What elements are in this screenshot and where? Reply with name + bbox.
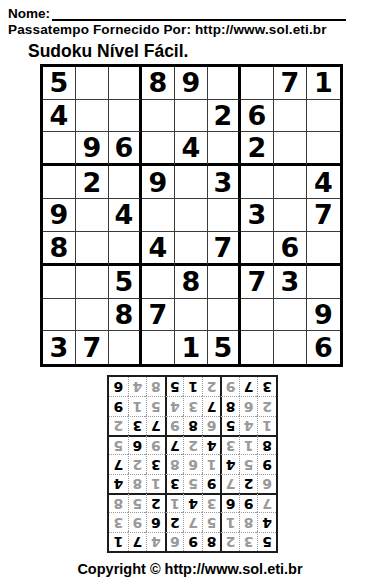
sudoku-cell-r7c3: 5: [109, 266, 142, 299]
answer-cell-r8c1: 2: [257, 396, 276, 415]
sudoku-cell-r1c4: 8: [142, 67, 175, 100]
sudoku-cell-r7c8: 3: [274, 266, 307, 299]
answer-cell-r7c6: 9: [165, 416, 184, 435]
answer-cell-r4c6: 3: [165, 474, 184, 493]
answer-cell-r8c9: 9: [109, 396, 128, 415]
sudoku-cell-r9c8[interactable]: [274, 331, 307, 364]
sudoku-cell-r3c3: 6: [109, 132, 142, 166]
answer-cell-r9c9: 6: [109, 377, 128, 396]
answer-cell-r2c2: 8: [239, 512, 258, 531]
answer-cell-r5c8: 2: [128, 454, 147, 473]
answer-cell-r5c3: 4: [220, 454, 239, 473]
sudoku-cell-r1c1: 5: [43, 67, 76, 100]
answer-cell-r7c4: 6: [202, 416, 221, 435]
sudoku-cell-r7c9[interactable]: [307, 266, 340, 299]
sudoku-cell-r2c1: 4: [43, 100, 76, 133]
sudoku-cell-r5c4[interactable]: [142, 199, 175, 232]
answer-cell-r1c7: 4: [146, 532, 165, 551]
answer-cell-r9c8: 4: [128, 377, 147, 396]
sudoku-cell-r4c6: 3: [208, 166, 241, 199]
sudoku-cell-r5c1: 9: [43, 199, 76, 232]
answer-cell-r4c1: 6: [257, 474, 276, 493]
sudoku-cell-r8c3: 8: [109, 299, 142, 332]
sudoku-cell-r8c5[interactable]: [175, 299, 208, 332]
sudoku-cell-r8c2[interactable]: [76, 299, 109, 332]
answer-cell-r1c3: 2: [220, 532, 239, 551]
sudoku-cell-r3c2: 9: [76, 132, 109, 166]
sudoku-cell-r3c8[interactable]: [274, 132, 307, 166]
answer-cell-r6c4: 4: [202, 435, 221, 454]
sudoku-cell-r7c2[interactable]: [76, 266, 109, 299]
answer-cell-r6c8: 6: [128, 435, 147, 454]
sudoku-cell-r9c4[interactable]: [142, 331, 175, 364]
answer-cell-r2c5: 7: [183, 512, 202, 531]
answer-cell-r1c2: 3: [239, 532, 258, 551]
answer-cell-r6c1: 8: [257, 435, 276, 454]
sudoku-cell-r6c9[interactable]: [307, 232, 340, 266]
answer-cell-r8c7: 5: [146, 396, 165, 415]
sudoku-cell-r9c7[interactable]: [241, 331, 274, 364]
answer-cell-r8c5: 3: [183, 396, 202, 415]
answer-cell-r3c6: 1: [165, 493, 184, 512]
sudoku-cell-r1c8: 7: [274, 67, 307, 100]
answer-cell-r5c5: 6: [183, 454, 202, 473]
sudoku-cell-r1c7[interactable]: [241, 67, 274, 100]
sudoku-cell-r6c2[interactable]: [76, 232, 109, 266]
answer-cell-r9c7: 8: [146, 377, 165, 396]
answer-cell-r6c3: 3: [220, 435, 239, 454]
sudoku-cell-r8c4: 7: [142, 299, 175, 332]
answer-cell-r2c1: 4: [257, 512, 276, 531]
answer-cell-r1c9: 1: [109, 532, 128, 551]
answer-cell-r5c9: 7: [109, 454, 128, 473]
sudoku-cell-r9c2: 7: [76, 331, 109, 364]
sudoku-cell-r5c9: 7: [307, 199, 340, 232]
sudoku-cell-r1c3[interactable]: [109, 67, 142, 100]
answer-cell-r4c8: 8: [128, 474, 147, 493]
copyright-text: Copyright © http://www.sol.eti.br: [0, 561, 380, 577]
sudoku-cell-r5c8[interactable]: [274, 199, 307, 232]
sudoku-cell-r8c6[interactable]: [208, 299, 241, 332]
sudoku-cell-r2c5[interactable]: [175, 100, 208, 133]
answer-cell-r8c8: 1: [128, 396, 147, 415]
answer-cell-r2c7: 6: [146, 512, 165, 531]
answer-cell-r7c1: 1: [257, 416, 276, 435]
sudoku-cell-r1c9: 1: [307, 67, 340, 100]
answer-cell-r7c7: 7: [146, 416, 165, 435]
answer-cell-r4c7: 1: [146, 474, 165, 493]
answer-cell-r5c4: 1: [202, 454, 221, 473]
sudoku-cell-r2c3[interactable]: [109, 100, 142, 133]
answer-cell-r8c3: 8: [220, 396, 239, 415]
answer-cell-r1c6: 6: [165, 532, 184, 551]
sudoku-cell-r4c4: 9: [142, 166, 175, 199]
answer-cell-r6c6: 7: [165, 435, 184, 454]
sudoku-cell-r2c8[interactable]: [274, 100, 307, 133]
sudoku-cell-r6c6: 7: [208, 232, 241, 266]
answer-cell-r4c5: 5: [183, 474, 202, 493]
sudoku-cell-r5c2[interactable]: [76, 199, 109, 232]
sudoku-cell-r4c7[interactable]: [241, 166, 274, 199]
answer-cell-r3c3: 6: [220, 493, 239, 512]
sudoku-cell-r6c7[interactable]: [241, 232, 274, 266]
answer-cell-r3c1: 7: [257, 493, 276, 512]
sudoku-cell-r1c5: 9: [175, 67, 208, 100]
answer-cell-r6c5: 2: [183, 435, 202, 454]
sudoku-cell-r9c9: 6: [307, 331, 340, 364]
answer-cell-r9c2: 7: [239, 377, 258, 396]
answer-cell-r3c2: 9: [239, 493, 258, 512]
sudoku-cell-r4c8[interactable]: [274, 166, 307, 199]
answer-cell-r5c6: 8: [165, 454, 184, 473]
sudoku-cell-r2c6: 2: [208, 100, 241, 133]
sudoku-cell-r2c9[interactable]: [307, 100, 340, 133]
sudoku-cell-r3c9[interactable]: [307, 132, 340, 166]
answer-cell-r9c5: 1: [183, 377, 202, 396]
answer-cell-r1c4: 8: [202, 532, 221, 551]
sudoku-cell-r9c1: 3: [43, 331, 76, 364]
answer-cell-r4c2: 2: [239, 474, 258, 493]
answer-cell-r9c6: 5: [165, 377, 184, 396]
answer-cell-r7c5: 8: [183, 416, 202, 435]
sudoku-cell-r3c1[interactable]: [43, 132, 76, 166]
sudoku-cell-r7c5: 8: [175, 266, 208, 299]
answer-cell-r2c3: 1: [220, 512, 239, 531]
answer-cell-r2c4: 5: [202, 512, 221, 531]
answer-cell-r3c8: 5: [128, 493, 147, 512]
answer-cell-r5c7: 3: [146, 454, 165, 473]
answer-cell-r8c4: 7: [202, 396, 221, 415]
sudoku-cell-r7c7: 7: [241, 266, 274, 299]
sudoku-cell-r8c9: 9: [307, 299, 340, 332]
answer-cell-r7c2: 4: [239, 416, 258, 435]
sudoku-cell-r4c2: 2: [76, 166, 109, 199]
sudoku-cell-r1c2[interactable]: [76, 67, 109, 100]
sudoku-cell-r6c8: 6: [274, 232, 307, 266]
answer-cell-r3c4: 3: [202, 493, 221, 512]
answer-cell-r8c2: 6: [239, 396, 258, 415]
answer-cell-r5c1: 9: [257, 454, 276, 473]
sudoku-cell-r5c7: 3: [241, 199, 274, 232]
name-label: Nome:: [8, 6, 50, 21]
sudoku-cell-r6c5[interactable]: [175, 232, 208, 266]
sudoku-cell-r8c7[interactable]: [241, 299, 274, 332]
answer-cell-r1c5: 9: [183, 532, 202, 551]
answer-cell-r3c9: 8: [109, 493, 128, 512]
sudoku-cell-r7c6[interactable]: [208, 266, 241, 299]
name-row: Nome:: [8, 4, 346, 21]
sudoku-cell-r8c1[interactable]: [43, 299, 76, 332]
sudoku-cell-r9c3[interactable]: [109, 331, 142, 364]
sudoku-cell-r3c4[interactable]: [142, 132, 175, 166]
sudoku-cell-r1c6[interactable]: [208, 67, 241, 100]
sudoku-cell-r6c1: 8: [43, 232, 76, 266]
sudoku-cell-r3c7: 2: [241, 132, 274, 166]
answer-cell-r4c4: 9: [202, 474, 221, 493]
sudoku-cell-r9c6: 5: [208, 331, 241, 364]
answer-cell-r9c3: 9: [220, 377, 239, 396]
answer-cell-r9c4: 2: [202, 377, 221, 396]
answer-cell-r2c6: 2: [165, 512, 184, 531]
answer-cell-r3c7: 2: [146, 493, 165, 512]
answer-cell-r2c8: 9: [128, 512, 147, 531]
answer-cell-r4c9: 4: [109, 474, 128, 493]
sudoku-cell-r4c1[interactable]: [43, 166, 76, 199]
answer-key-grid: 5328964714815726937963412586279531849541…: [107, 375, 278, 553]
sudoku-cell-r2c7: 6: [241, 100, 274, 133]
answer-cell-r8c6: 4: [165, 396, 184, 415]
sudoku-cell-r5c5[interactable]: [175, 199, 208, 232]
sudoku-cell-r6c4: 4: [142, 232, 175, 266]
answer-cell-r4c3: 7: [220, 474, 239, 493]
sudoku-grid: 589714269642293494378476587387937156: [40, 64, 343, 367]
answer-cell-r2c9: 3: [109, 512, 128, 531]
answer-cell-r7c8: 3: [128, 416, 147, 435]
sudoku-cell-r5c6[interactable]: [208, 199, 241, 232]
worksheet-page: Nome: Passatempo Fornecido Por: http://w…: [0, 0, 380, 585]
sudoku-cell-r4c9: 4: [307, 166, 340, 199]
name-fill-line[interactable]: [52, 4, 346, 21]
answer-cell-r7c9: 2: [109, 416, 128, 435]
sudoku-cell-r6c3[interactable]: [109, 232, 142, 266]
sudoku-cell-r4c3[interactable]: [109, 166, 142, 199]
sudoku-cell-r8c8[interactable]: [274, 299, 307, 332]
sudoku-cell-r2c4[interactable]: [142, 100, 175, 133]
sudoku-cell-r2c2[interactable]: [76, 100, 109, 133]
answer-cell-r7c3: 5: [220, 416, 239, 435]
answer-cell-r5c2: 5: [239, 454, 258, 473]
sudoku-cell-r3c6[interactable]: [208, 132, 241, 166]
sudoku-cell-r7c4[interactable]: [142, 266, 175, 299]
sudoku-cell-r5c3: 4: [109, 199, 142, 232]
answer-cell-r6c9: 5: [109, 435, 128, 454]
answer-cell-r6c2: 1: [239, 435, 258, 454]
provided-by-text: Passatempo Fornecido Por: http://www.sol…: [8, 22, 327, 37]
answer-cell-r6c7: 9: [146, 435, 165, 454]
answer-cell-r1c8: 7: [128, 532, 147, 551]
answer-cell-r1c1: 5: [257, 532, 276, 551]
answer-cell-r3c5: 4: [183, 493, 202, 512]
sudoku-cell-r4c5[interactable]: [175, 166, 208, 199]
sudoku-cell-r3c5: 4: [175, 132, 208, 166]
answer-cell-r9c1: 3: [257, 377, 276, 396]
sudoku-cell-r7c1[interactable]: [43, 266, 76, 299]
page-title: Sudoku Nível Fácil.: [28, 41, 188, 62]
sudoku-cell-r9c5: 1: [175, 331, 208, 364]
